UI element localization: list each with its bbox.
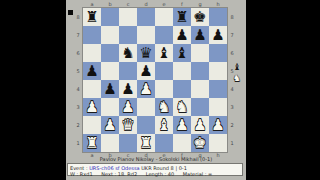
square-h1 — [209, 134, 227, 152]
material-balance: ♝ ♞ — [231, 62, 243, 84]
square-g4 — [191, 80, 209, 98]
rank-label-3: 3 — [75, 98, 81, 116]
square-c5 — [119, 62, 137, 80]
rank-label-3: 3 — [229, 98, 235, 116]
square-g8: ♚ — [191, 8, 209, 26]
square-h3 — [209, 98, 227, 116]
square-a8: ♜ — [83, 8, 101, 26]
file-label-f: f — [173, 1, 191, 7]
square-b1 — [101, 134, 119, 152]
rank-label-6: 6 — [75, 44, 81, 62]
square-g3 — [191, 98, 209, 116]
piece-white-pawn: ♟ — [85, 98, 98, 116]
square-f5 — [173, 62, 191, 80]
piece-black-pawn: ♟ — [211, 26, 224, 44]
square-d1: ♜ — [137, 134, 155, 152]
square-f7: ♟ — [173, 26, 191, 44]
square-f8: ♜ — [173, 8, 191, 26]
piece-white-pawn: ♟ — [121, 98, 134, 116]
square-g5 — [191, 62, 209, 80]
square-f3: ♞ — [173, 98, 191, 116]
square-b8 — [101, 8, 119, 26]
black-bishop-icon: ♝ — [231, 62, 243, 73]
square-d8 — [137, 8, 155, 26]
file-label-a: a — [83, 1, 101, 7]
square-d2 — [137, 116, 155, 134]
file-label-c: c — [119, 1, 137, 7]
piece-white-pawn: ♟ — [175, 116, 188, 134]
file-label-h: h — [209, 1, 227, 7]
piece-white-rook: ♜ — [85, 134, 98, 152]
file-label-b: b — [101, 1, 119, 7]
square-a1: ♜ — [83, 134, 101, 152]
square-e5 — [155, 62, 173, 80]
file-labels-top: abcdefgh — [83, 1, 227, 7]
square-g7: ♟ — [191, 26, 209, 44]
stats-line: W : Rxd1 Next : 18. Rd2 Length : 40 Mate… — [70, 171, 240, 177]
square-c6: ♞ — [119, 44, 137, 62]
square-g1: ♚ — [191, 134, 209, 152]
piece-white-rook: ♜ — [139, 134, 152, 152]
square-d6: ♛ — [137, 44, 155, 62]
square-d3 — [137, 98, 155, 116]
piece-white-bishop: ♝ — [157, 116, 170, 134]
square-b5 — [101, 62, 119, 80]
piece-black-bishop: ♝ — [175, 44, 188, 62]
game-info-box: Event : URS-ch06 sf Odessa UKR Round 8 |… — [67, 163, 243, 176]
square-c2: ♛ — [119, 116, 137, 134]
rank-label-1: 1 — [229, 134, 235, 152]
piece-white-king: ♚ — [193, 134, 206, 152]
square-a5: ♟ — [83, 62, 101, 80]
square-b2: ♟ — [101, 116, 119, 134]
square-d4: ♟ — [137, 80, 155, 98]
stat-material: Material : = — [183, 171, 212, 177]
rank-label-4: 4 — [75, 80, 81, 98]
square-e7 — [155, 26, 173, 44]
rank-label-6: 6 — [229, 44, 235, 62]
rank-label-7: 7 — [75, 26, 81, 44]
piece-black-pawn: ♟ — [139, 62, 152, 80]
chess-board: ♜♜♚♟♟♟♞♛♝♝♟♟♟♟♟♟♟♞♞♟♛♝♟♟♟♜♜♚ — [83, 8, 227, 152]
square-e4 — [155, 80, 173, 98]
rank-label-8: 8 — [75, 8, 81, 26]
square-h5 — [209, 62, 227, 80]
rank-labels-left: 87654321 — [75, 8, 81, 152]
square-h6 — [209, 44, 227, 62]
chess-viewer-panel: abcdefgh abcdefgh 87654321 87654321 ♜♜♚♟… — [66, 0, 246, 180]
piece-white-pawn: ♟ — [211, 116, 224, 134]
file-label-g: g — [191, 1, 209, 7]
square-d5: ♟ — [137, 62, 155, 80]
square-f6: ♝ — [173, 44, 191, 62]
rank-label-2: 2 — [75, 116, 81, 134]
square-c7 — [119, 26, 137, 44]
rank-label-7: 7 — [229, 26, 235, 44]
square-a7 — [83, 26, 101, 44]
file-label-d: d — [137, 1, 155, 7]
square-e6: ♝ — [155, 44, 173, 62]
piece-white-knight: ♞ — [157, 98, 170, 116]
square-a6 — [83, 44, 101, 62]
square-a3: ♟ — [83, 98, 101, 116]
piece-white-knight: ♞ — [175, 98, 188, 116]
video-frame: abcdefgh abcdefgh 87654321 87654321 ♜♜♚♟… — [0, 0, 320, 180]
file-label-e: e — [155, 1, 173, 7]
square-b3 — [101, 98, 119, 116]
white-knight-icon: ♞ — [231, 73, 243, 84]
square-a2 — [83, 116, 101, 134]
piece-black-pawn: ♟ — [175, 26, 188, 44]
square-h8 — [209, 8, 227, 26]
square-a4 — [83, 80, 101, 98]
square-e2: ♝ — [155, 116, 173, 134]
piece-black-bishop: ♝ — [157, 44, 170, 62]
rank-label-1: 1 — [75, 134, 81, 152]
square-f2: ♟ — [173, 116, 191, 134]
square-f1 — [173, 134, 191, 152]
square-b4: ♟ — [101, 80, 119, 98]
rank-label-2: 2 — [229, 116, 235, 134]
piece-black-knight: ♞ — [121, 44, 134, 62]
square-c4: ♟ — [119, 80, 137, 98]
square-e3: ♞ — [155, 98, 173, 116]
game-title: Pavlov Pianov Nikolay - Sokolski Mikhail… — [66, 156, 246, 162]
piece-black-rook: ♜ — [175, 8, 188, 26]
square-f4 — [173, 80, 191, 98]
rank-label-5: 5 — [75, 62, 81, 80]
piece-black-king: ♚ — [193, 8, 206, 26]
square-c8 — [119, 8, 137, 26]
piece-white-queen: ♛ — [121, 116, 134, 134]
piece-white-pawn: ♟ — [193, 116, 206, 134]
square-c1 — [119, 134, 137, 152]
square-g2: ♟ — [191, 116, 209, 134]
square-h4 — [209, 80, 227, 98]
stat-length: Length : 40 — [146, 171, 175, 177]
square-c3: ♟ — [119, 98, 137, 116]
square-h2: ♟ — [209, 116, 227, 134]
square-b7 — [101, 26, 119, 44]
rank-label-8: 8 — [229, 8, 235, 26]
piece-black-pawn: ♟ — [193, 26, 206, 44]
stat-next-move: Next : 18. Rd2 — [101, 171, 137, 177]
square-g6 — [191, 44, 209, 62]
piece-black-rook: ♜ — [85, 8, 98, 26]
stat-white: W : Rxd1 — [70, 171, 93, 177]
piece-white-pawn: ♟ — [103, 116, 116, 134]
piece-black-queen: ♛ — [139, 44, 152, 62]
square-d7 — [137, 26, 155, 44]
square-b6 — [101, 44, 119, 62]
piece-black-pawn: ♟ — [121, 80, 134, 98]
square-e1 — [155, 134, 173, 152]
piece-black-pawn: ♟ — [103, 80, 116, 98]
square-e8 — [155, 8, 173, 26]
square-h7: ♟ — [209, 26, 227, 44]
piece-white-pawn: ♟ — [139, 80, 152, 98]
black-to-move-icon — [68, 10, 73, 15]
piece-black-pawn: ♟ — [85, 62, 98, 80]
